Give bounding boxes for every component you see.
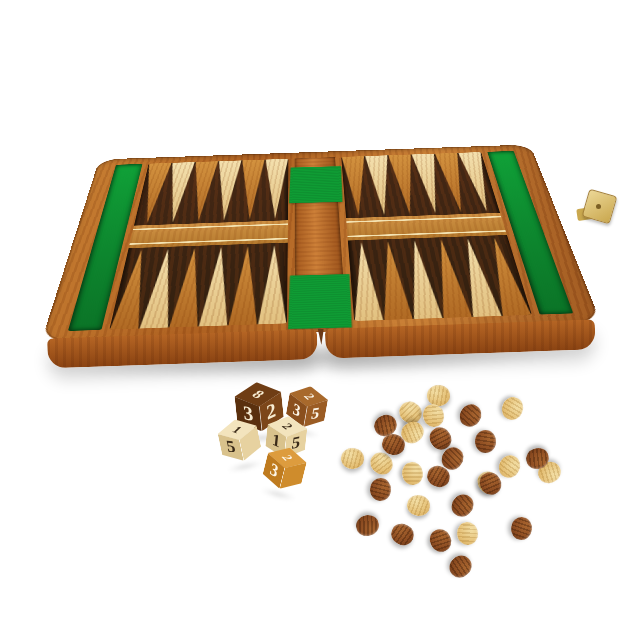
checker-light — [456, 521, 479, 546]
point-bottom_left-6 — [257, 243, 287, 325]
checker-dark — [388, 520, 418, 549]
checker-dark — [456, 400, 486, 431]
die-cream-a-numeral-top: 1 — [229, 424, 245, 436]
hinge-felt-bottom — [288, 274, 352, 329]
checker-dark — [447, 490, 478, 521]
point-bottom_left-5 — [228, 244, 261, 326]
brass-clasp-hole — [596, 204, 601, 209]
checker-light — [340, 447, 365, 470]
checker-light — [499, 394, 527, 423]
die-orange-numeral-top: 2 — [278, 454, 296, 463]
checker-dark — [369, 477, 392, 501]
point-bottom_right-2 — [374, 239, 413, 320]
backgammon-board — [28, 0, 602, 382]
checker-dark — [509, 515, 533, 541]
doubling-cube-numeral-top: 8 — [248, 388, 268, 402]
point-top_left-5 — [237, 160, 266, 222]
checker-light — [405, 493, 431, 518]
point-bottom_left-4 — [198, 244, 234, 326]
point-top_right-1 — [341, 156, 371, 218]
checker-dark — [445, 551, 476, 582]
quadrant-top-left — [134, 159, 288, 226]
checker-light — [420, 402, 447, 430]
point-bottom_right-1 — [348, 240, 384, 321]
die-brown-numeral-top: 2 — [300, 392, 318, 401]
hinge-bar — [295, 157, 347, 323]
point-top_left-4 — [211, 160, 242, 223]
checker-light — [400, 460, 425, 487]
quadrant-bottom-right — [348, 235, 532, 321]
board-surface — [41, 144, 601, 341]
checker-dark — [475, 430, 496, 453]
die-cream-a-numeral-left: 5 — [224, 437, 237, 457]
box-front-hinge-notch — [318, 329, 325, 345]
quadrant-top-right — [341, 152, 500, 218]
quadrant-bottom-left — [109, 243, 287, 330]
product-photo-stage: 8322351521523 — [0, 0, 640, 640]
die-brown-numeral-right: 5 — [310, 404, 321, 423]
hinge-felt-top — [289, 166, 342, 203]
die-cream-b-numeral-top: 2 — [279, 422, 297, 432]
checker-dark — [426, 525, 455, 555]
point-top_left-6 — [262, 159, 288, 221]
die-orange-numeral-left: 3 — [268, 459, 280, 483]
checker-dark — [354, 513, 381, 538]
checker-light — [427, 385, 450, 406]
